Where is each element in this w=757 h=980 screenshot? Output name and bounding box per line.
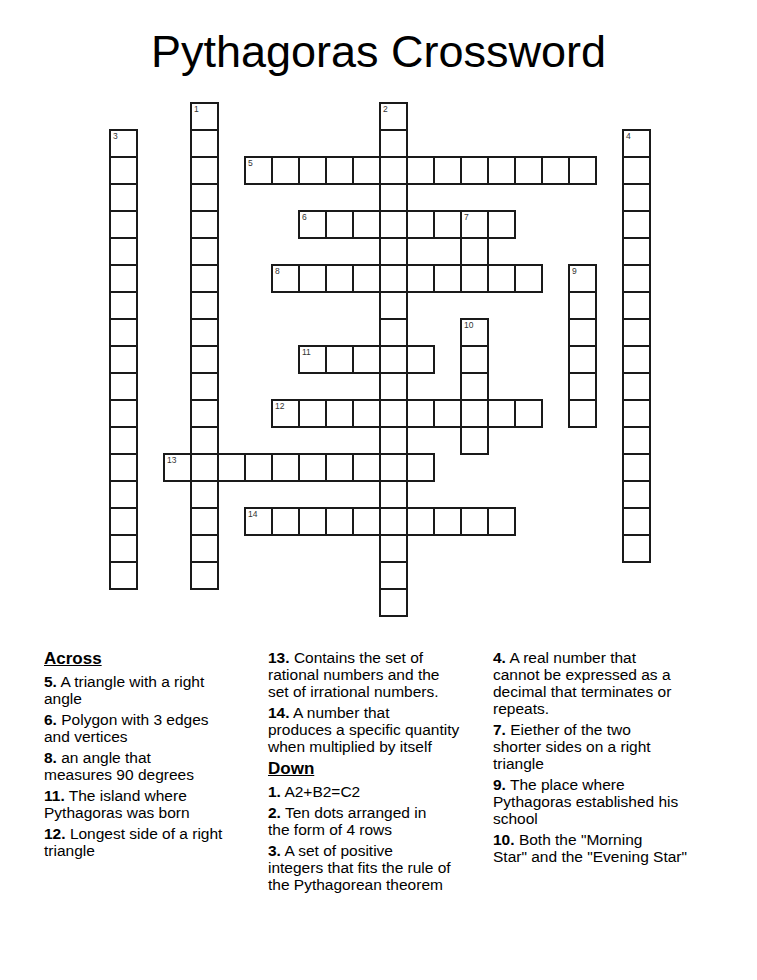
grid-cell[interactable] <box>190 156 219 185</box>
clue-12: 12. Longest side of a right triangle <box>44 825 260 859</box>
clue-item-number: 5. <box>44 673 57 690</box>
grid-cell[interactable] <box>433 264 462 293</box>
grid-cell[interactable] <box>622 426 651 455</box>
grid-cell[interactable] <box>433 156 462 185</box>
grid-cell[interactable] <box>487 264 516 293</box>
clue-number: 8 <box>275 266 280 276</box>
grid-cell[interactable] <box>487 156 516 185</box>
grid-cell[interactable] <box>433 507 462 536</box>
clue-item-number: 12. <box>44 825 66 842</box>
grid-cell[interactable]: 5 <box>244 156 273 185</box>
grid-cell[interactable]: 4 <box>622 129 651 158</box>
grid-cell[interactable] <box>325 399 354 428</box>
grid-cell[interactable]: 2 <box>379 102 408 131</box>
clue-number: 5 <box>248 158 253 168</box>
clue-item-number: 4. <box>493 649 506 666</box>
grid-cell[interactable] <box>109 237 138 266</box>
clue-number: 3 <box>113 131 118 141</box>
grid-cell[interactable] <box>109 507 138 536</box>
grid-cell[interactable] <box>190 534 219 563</box>
grid-cell[interactable] <box>379 210 408 239</box>
grid-cell[interactable] <box>379 561 408 590</box>
grid-cell[interactable]: 9 <box>568 264 597 293</box>
clue-item-text: A triangle with a right angle <box>44 673 204 707</box>
grid-cell[interactable] <box>379 453 408 482</box>
grid-cell[interactable] <box>190 453 219 482</box>
grid-cell[interactable] <box>379 156 408 185</box>
grid-cell[interactable] <box>352 156 381 185</box>
grid-cell[interactable] <box>109 561 138 590</box>
grid-cell[interactable] <box>271 156 300 185</box>
grid-cell[interactable] <box>541 156 570 185</box>
grid-cell[interactable] <box>622 264 651 293</box>
clue-number: 9 <box>572 266 577 276</box>
grid-cell[interactable] <box>190 291 219 320</box>
page: Pythagoras Crossword 1234567891011121314… <box>0 0 757 980</box>
clue-13: 13. Contains the set of rational numbers… <box>268 649 490 700</box>
grid-cell[interactable] <box>622 372 651 401</box>
clue-item-number: 2. <box>268 804 281 821</box>
grid-cell[interactable] <box>622 345 651 374</box>
grid-cell[interactable]: 8 <box>271 264 300 293</box>
grid-cell[interactable] <box>379 372 408 401</box>
grid-cell[interactable] <box>190 426 219 455</box>
grid-cell[interactable] <box>406 210 435 239</box>
grid-cell[interactable] <box>109 426 138 455</box>
grid-cell[interactable] <box>406 399 435 428</box>
grid-cell[interactable] <box>622 183 651 212</box>
clue-8: 8. an angle that measures 90 degrees <box>44 749 260 783</box>
grid-cell[interactable] <box>379 129 408 158</box>
clue-item-text: Polygon with 3 edges and vertices <box>44 711 209 745</box>
grid-cell[interactable] <box>460 399 489 428</box>
grid-cell[interactable] <box>622 237 651 266</box>
clue-item-number: 14. <box>268 704 290 721</box>
clue-item-text: Longest side of a right triangle <box>44 825 222 859</box>
grid-cell[interactable] <box>622 156 651 185</box>
grid-cell[interactable]: 13 <box>163 453 192 482</box>
clue-item-number: 6. <box>44 711 57 728</box>
grid-cell[interactable] <box>379 426 408 455</box>
grid-cell[interactable]: 10 <box>460 318 489 347</box>
grid-cell[interactable] <box>514 156 543 185</box>
grid-cell[interactable] <box>379 237 408 266</box>
clue-number: 10 <box>464 320 473 330</box>
clue-number: 11 <box>302 347 311 357</box>
grid-cell[interactable] <box>190 345 219 374</box>
grid-cell[interactable] <box>622 507 651 536</box>
clue-item-text: A2+B2=C2 <box>284 783 360 800</box>
clue-11: 11. The island where Pythagoras was born <box>44 787 260 821</box>
grid-cell[interactable] <box>190 129 219 158</box>
grid-cell[interactable] <box>109 399 138 428</box>
grid-cell[interactable] <box>271 453 300 482</box>
grid-cell[interactable] <box>568 399 597 428</box>
clue-4: 4. A real number that cannot be expresse… <box>493 649 739 717</box>
grid-cell[interactable] <box>352 507 381 536</box>
grid-cell[interactable] <box>433 210 462 239</box>
grid-cell[interactable] <box>379 291 408 320</box>
clue-number: 1 <box>194 104 199 114</box>
clue-item-text: Contains the set of rational numbers and… <box>268 649 439 700</box>
grid-cell[interactable] <box>109 345 138 374</box>
grid-cell[interactable] <box>406 453 435 482</box>
grid-cell[interactable] <box>190 480 219 509</box>
grid-cell[interactable] <box>109 534 138 563</box>
clue-item-text: an angle that measures 90 degrees <box>44 749 194 783</box>
grid-cell[interactable] <box>298 453 327 482</box>
grid-cell[interactable] <box>190 399 219 428</box>
grid-cell[interactable] <box>190 264 219 293</box>
grid-cell[interactable] <box>109 210 138 239</box>
clue-number: 2 <box>383 104 388 114</box>
grid-cell[interactable] <box>379 534 408 563</box>
clues-column-3: 4. A real number that cannot be expresse… <box>493 649 739 869</box>
clue-item-text: A number that produces a specific quanti… <box>268 704 459 755</box>
grid-cell[interactable] <box>325 156 354 185</box>
grid-cell[interactable] <box>379 264 408 293</box>
grid-cell[interactable] <box>622 480 651 509</box>
grid-cell[interactable] <box>568 156 597 185</box>
clue-number: 7 <box>464 212 469 222</box>
grid-cell[interactable] <box>622 534 651 563</box>
grid-cell[interactable] <box>298 156 327 185</box>
grid-cell[interactable] <box>190 561 219 590</box>
grid-cell[interactable] <box>352 453 381 482</box>
grid-cell[interactable] <box>190 237 219 266</box>
clue-number: 14 <box>248 509 257 519</box>
grid-cell[interactable] <box>109 291 138 320</box>
grid-cell[interactable] <box>352 345 381 374</box>
grid-cell[interactable] <box>190 372 219 401</box>
clue-item-text: Eiether of the two shorter sides on a ri… <box>493 721 651 772</box>
grid-cell[interactable] <box>352 210 381 239</box>
grid-cell[interactable] <box>325 345 354 374</box>
grid-cell[interactable] <box>109 372 138 401</box>
grid-cell[interactable] <box>109 156 138 185</box>
grid-cell[interactable] <box>460 372 489 401</box>
clue-2: 2. Ten dots arranged in the form of 4 ro… <box>268 804 490 838</box>
page-title: Pythagoras Crossword <box>0 26 757 78</box>
grid-cell[interactable] <box>298 264 327 293</box>
grid-cell[interactable] <box>406 264 435 293</box>
grid-cell[interactable] <box>433 399 462 428</box>
clue-item-number: 13. <box>268 649 290 666</box>
clue-3: 3. A set of positive integers that fits … <box>268 842 490 893</box>
grid-cell[interactable] <box>568 318 597 347</box>
clue-item-number: 10. <box>493 831 515 848</box>
grid-cell[interactable] <box>622 399 651 428</box>
grid-cell[interactable] <box>190 318 219 347</box>
grid-cell[interactable] <box>460 426 489 455</box>
clue-number: 6 <box>302 212 307 222</box>
clue-14: 14. A number that produces a specific qu… <box>268 704 490 755</box>
clue-number: 13 <box>167 455 176 465</box>
grid-cell[interactable] <box>217 453 246 482</box>
grid-cell[interactable] <box>568 372 597 401</box>
clue-10: 10. Both the "Morning Star" and the "Eve… <box>493 831 739 865</box>
clue-item-text: Ten dots arranged in the form of 4 rows <box>268 804 426 838</box>
grid-cell[interactable] <box>379 399 408 428</box>
grid-cell[interactable] <box>109 480 138 509</box>
clues-heading-across: Across <box>44 649 260 668</box>
clue-number: 4 <box>626 131 631 141</box>
clue-item-number: 11. <box>44 787 65 804</box>
grid-cell[interactable] <box>460 264 489 293</box>
grid-cell[interactable] <box>406 345 435 374</box>
grid-cell[interactable] <box>298 399 327 428</box>
grid-cell[interactable] <box>325 507 354 536</box>
grid-cell[interactable] <box>460 345 489 374</box>
grid-cell[interactable] <box>379 507 408 536</box>
clue-item-number: 9. <box>493 776 506 793</box>
grid-cell[interactable] <box>406 156 435 185</box>
grid-cell[interactable] <box>622 210 651 239</box>
grid-cell[interactable]: 1 <box>190 102 219 131</box>
grid-cell[interactable] <box>568 291 597 320</box>
grid-cell[interactable] <box>244 453 273 482</box>
clue-7: 7. Eiether of the two shorter sides on a… <box>493 721 739 772</box>
clue-item-text: A set of positive integers that fits the… <box>268 842 451 893</box>
grid-cell[interactable] <box>298 507 327 536</box>
grid-cell[interactable] <box>379 345 408 374</box>
clues-column-1: Across5. A triangle with a right angle6.… <box>44 649 260 863</box>
clue-item-text: The place where Pythagoras established h… <box>493 776 678 827</box>
grid-cell[interactable] <box>514 399 543 428</box>
grid-cell[interactable] <box>352 399 381 428</box>
grid-cell[interactable] <box>406 507 435 536</box>
grid-cell[interactable] <box>379 183 408 212</box>
grid-cell[interactable] <box>325 264 354 293</box>
clue-item-text: The island where Pythagoras was born <box>44 787 190 821</box>
grid-cell[interactable] <box>352 264 381 293</box>
clue-item-text: A real number that cannot be expressed a… <box>493 649 671 717</box>
clue-item-number: 1. <box>268 783 281 800</box>
grid-cell[interactable]: 14 <box>244 507 273 536</box>
clue-5: 5. A triangle with a right angle <box>44 673 260 707</box>
grid-cell[interactable] <box>271 507 300 536</box>
grid-cell[interactable] <box>568 345 597 374</box>
grid-cell[interactable]: 3 <box>109 129 138 158</box>
grid-cell[interactable] <box>487 507 516 536</box>
clue-9: 9. The place where Pythagoras establishe… <box>493 776 739 827</box>
grid-cell[interactable] <box>109 453 138 482</box>
grid-cell[interactable] <box>190 507 219 536</box>
grid-cell[interactable] <box>460 507 489 536</box>
clue-item-number: 8. <box>44 749 57 766</box>
clues-heading-down: Down <box>268 759 490 778</box>
grid-cell[interactable] <box>109 264 138 293</box>
grid-cell[interactable] <box>190 210 219 239</box>
clue-item-number: 3. <box>268 842 281 859</box>
clue-6: 6. Polygon with 3 edges and vertices <box>44 711 260 745</box>
grid-cell[interactable]: 11 <box>298 345 327 374</box>
grid-cell[interactable] <box>487 210 516 239</box>
grid-cell[interactable] <box>487 399 516 428</box>
grid-cell[interactable] <box>325 453 354 482</box>
grid-cell[interactable] <box>622 318 651 347</box>
clue-number: 12 <box>275 401 284 411</box>
grid-cell[interactable]: 6 <box>298 210 327 239</box>
grid-cell[interactable]: 12 <box>271 399 300 428</box>
grid-cell[interactable] <box>109 318 138 347</box>
crossword-grid: 1234567891011121314 <box>109 102 654 620</box>
grid-cell[interactable] <box>379 480 408 509</box>
grid-cell[interactable] <box>109 183 138 212</box>
clue-item-number: 7. <box>493 721 506 738</box>
grid-cell[interactable] <box>622 453 651 482</box>
grid-cell[interactable] <box>190 183 219 212</box>
clue-1: 1. A2+B2=C2 <box>268 783 490 800</box>
grid-cell[interactable] <box>325 210 354 239</box>
grid-cell[interactable] <box>460 156 489 185</box>
grid-cell[interactable] <box>379 318 408 347</box>
clues-column-2: 13. Contains the set of rational numbers… <box>268 649 490 897</box>
grid-cell[interactable] <box>514 264 543 293</box>
clue-item-text: Both the "Morning Star" and the "Evening… <box>493 831 687 865</box>
grid-cell[interactable] <box>622 291 651 320</box>
grid-cell[interactable] <box>460 237 489 266</box>
grid-cell[interactable] <box>379 588 408 617</box>
grid-cell[interactable]: 7 <box>460 210 489 239</box>
